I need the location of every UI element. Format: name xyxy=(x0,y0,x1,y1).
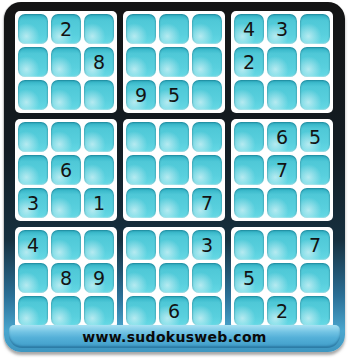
cell-r3c5[interactable]: 5 xyxy=(159,80,189,110)
cell-r4c5[interactable] xyxy=(159,122,189,152)
box-panel-0: 28 xyxy=(15,11,117,113)
cell-r9c5[interactable]: 6 xyxy=(159,296,189,326)
cell-r3c4[interactable]: 9 xyxy=(126,80,156,110)
cell-r6c7[interactable] xyxy=(234,188,264,218)
cell-r3c8[interactable] xyxy=(267,80,297,110)
cell-r1c9[interactable] xyxy=(300,14,330,44)
box-panel-1: 95 xyxy=(123,11,225,113)
sudoku-board: 2895432631765748936752 www.sudokusweb.co… xyxy=(4,2,345,352)
cell-r3c3[interactable] xyxy=(84,80,114,110)
cell-r8c8[interactable] xyxy=(267,263,297,293)
cell-r7c3[interactable] xyxy=(84,230,114,260)
cell-r7c1[interactable]: 4 xyxy=(18,230,48,260)
cell-r5c2[interactable]: 6 xyxy=(51,155,81,185)
cell-r9c6[interactable] xyxy=(192,296,222,326)
cell-r3c1[interactable] xyxy=(18,80,48,110)
cell-r5c4[interactable] xyxy=(126,155,156,185)
cell-r5c8[interactable]: 7 xyxy=(267,155,297,185)
sudoku-grid: 2895432631765748936752 xyxy=(15,11,333,329)
cell-r8c7[interactable]: 5 xyxy=(234,263,264,293)
cell-r1c3[interactable] xyxy=(84,14,114,44)
site-url: www.sudokusweb.com xyxy=(82,329,266,345)
cell-r3c9[interactable] xyxy=(300,80,330,110)
cell-r1c8[interactable]: 3 xyxy=(267,14,297,44)
cell-r4c3[interactable] xyxy=(84,122,114,152)
box-panel-3: 631 xyxy=(15,119,117,221)
cell-r4c1[interactable] xyxy=(18,122,48,152)
cell-r9c4[interactable] xyxy=(126,296,156,326)
cell-r8c4[interactable] xyxy=(126,263,156,293)
cell-r9c9[interactable] xyxy=(300,296,330,326)
cell-r9c7[interactable] xyxy=(234,296,264,326)
cell-r6c6[interactable]: 7 xyxy=(192,188,222,218)
cell-r5c7[interactable] xyxy=(234,155,264,185)
cell-r2c9[interactable] xyxy=(300,47,330,77)
cell-r8c6[interactable] xyxy=(192,263,222,293)
cell-r1c2[interactable]: 2 xyxy=(51,14,81,44)
cell-r9c3[interactable] xyxy=(84,296,114,326)
cell-r2c2[interactable] xyxy=(51,47,81,77)
cell-r1c5[interactable] xyxy=(159,14,189,44)
cell-r2c5[interactable] xyxy=(159,47,189,77)
box-panel-2: 432 xyxy=(231,11,333,113)
cell-r6c2[interactable] xyxy=(51,188,81,218)
cell-r2c8[interactable] xyxy=(267,47,297,77)
cell-r6c8[interactable] xyxy=(267,188,297,218)
cell-r7c9[interactable]: 7 xyxy=(300,230,330,260)
cell-r7c4[interactable] xyxy=(126,230,156,260)
cell-r1c1[interactable] xyxy=(18,14,48,44)
cell-r2c4[interactable] xyxy=(126,47,156,77)
box-panel-7: 36 xyxy=(123,227,225,329)
cell-r2c3[interactable]: 8 xyxy=(84,47,114,77)
sudoku-page: 2895432631765748936752 www.sudokusweb.co… xyxy=(0,0,350,360)
cell-r9c1[interactable] xyxy=(18,296,48,326)
cell-r2c6[interactable] xyxy=(192,47,222,77)
cell-r2c7[interactable]: 2 xyxy=(234,47,264,77)
cell-r8c5[interactable] xyxy=(159,263,189,293)
cell-r2c1[interactable] xyxy=(18,47,48,77)
cell-r6c5[interactable] xyxy=(159,188,189,218)
box-panel-6: 489 xyxy=(15,227,117,329)
cell-r4c4[interactable] xyxy=(126,122,156,152)
cell-r7c8[interactable] xyxy=(267,230,297,260)
cell-r3c7[interactable] xyxy=(234,80,264,110)
cell-r6c9[interactable] xyxy=(300,188,330,218)
cell-r5c6[interactable] xyxy=(192,155,222,185)
cell-r7c2[interactable] xyxy=(51,230,81,260)
cell-r6c4[interactable] xyxy=(126,188,156,218)
cell-r1c7[interactable]: 4 xyxy=(234,14,264,44)
box-panel-5: 657 xyxy=(231,119,333,221)
cell-r1c4[interactable] xyxy=(126,14,156,44)
box-panel-8: 752 xyxy=(231,227,333,329)
box-panel-4: 7 xyxy=(123,119,225,221)
cell-r3c2[interactable] xyxy=(51,80,81,110)
cell-r7c7[interactable] xyxy=(234,230,264,260)
cell-r6c1[interactable]: 3 xyxy=(18,188,48,218)
cell-r7c5[interactable] xyxy=(159,230,189,260)
cell-r1c6[interactable] xyxy=(192,14,222,44)
cell-r8c3[interactable]: 9 xyxy=(84,263,114,293)
cell-r8c2[interactable]: 8 xyxy=(51,263,81,293)
cell-r4c6[interactable] xyxy=(192,122,222,152)
cell-r7c6[interactable]: 3 xyxy=(192,230,222,260)
cell-r6c3[interactable]: 1 xyxy=(84,188,114,218)
cell-r4c7[interactable] xyxy=(234,122,264,152)
cell-r4c8[interactable]: 6 xyxy=(267,122,297,152)
cell-r5c1[interactable] xyxy=(18,155,48,185)
cell-r9c2[interactable] xyxy=(51,296,81,326)
cell-r3c6[interactable] xyxy=(192,80,222,110)
cell-r8c9[interactable] xyxy=(300,263,330,293)
cell-r5c9[interactable] xyxy=(300,155,330,185)
cell-r5c5[interactable] xyxy=(159,155,189,185)
cell-r9c8[interactable]: 2 xyxy=(267,296,297,326)
cell-r4c9[interactable]: 5 xyxy=(300,122,330,152)
cell-r4c2[interactable] xyxy=(51,122,81,152)
site-url-band: www.sudokusweb.com xyxy=(9,325,340,348)
cell-r5c3[interactable] xyxy=(84,155,114,185)
cell-r8c1[interactable] xyxy=(18,263,48,293)
